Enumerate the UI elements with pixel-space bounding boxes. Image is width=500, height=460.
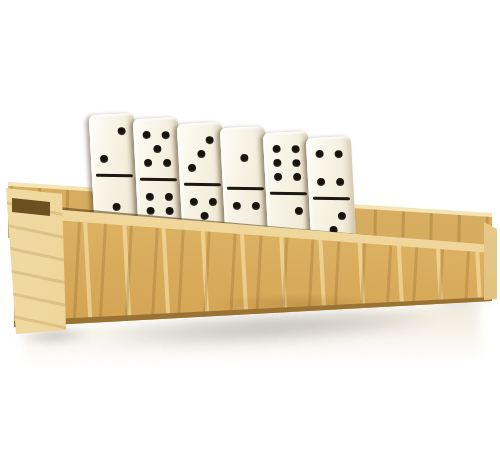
pip <box>337 212 345 220</box>
pip <box>317 178 325 186</box>
pip <box>190 198 198 206</box>
pip <box>147 207 155 215</box>
domino-half-top <box>137 124 177 174</box>
domino-half-top <box>310 143 350 193</box>
domino-divider <box>96 174 133 177</box>
pip <box>336 178 344 186</box>
domino-divider <box>313 197 350 200</box>
pip <box>163 159 171 167</box>
pip <box>146 193 154 201</box>
domino-half-top <box>267 138 307 188</box>
pip <box>164 193 172 201</box>
pip <box>273 145 281 153</box>
pip <box>291 145 299 153</box>
domino-half-top <box>224 133 264 183</box>
pip <box>251 202 259 210</box>
domino-divider <box>227 187 264 190</box>
pip <box>240 154 248 162</box>
domino-half-top <box>93 120 133 170</box>
domino-half-top <box>181 129 221 179</box>
pip <box>334 150 342 158</box>
domino-divider <box>270 192 307 195</box>
domino-divider <box>184 183 221 186</box>
pip <box>144 159 152 167</box>
pip <box>165 207 173 215</box>
pip <box>161 131 169 139</box>
pip <box>274 173 282 181</box>
pip <box>273 159 281 167</box>
pip <box>197 150 205 158</box>
pip <box>200 212 208 220</box>
pip <box>205 136 213 144</box>
pip <box>153 145 161 153</box>
pip <box>316 150 324 158</box>
domino-divider <box>140 178 177 181</box>
pip <box>112 203 120 211</box>
pip <box>188 164 196 172</box>
scene <box>0 0 500 460</box>
pip <box>233 202 241 210</box>
pip <box>208 198 216 206</box>
pip <box>143 131 151 139</box>
pip <box>292 159 300 167</box>
pip <box>293 173 301 181</box>
pip <box>294 207 302 215</box>
pip <box>117 127 125 135</box>
pip <box>100 155 108 163</box>
